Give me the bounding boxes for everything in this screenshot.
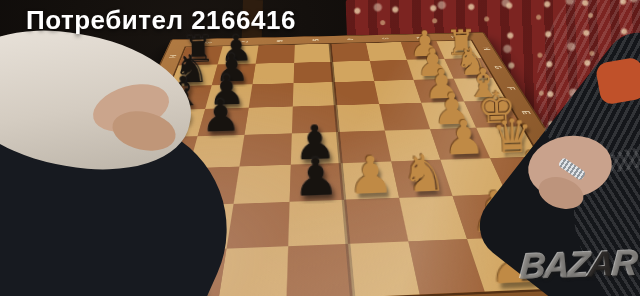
- watermark-part1: BAZ: [519, 244, 590, 287]
- bazar-watermark: BAZAR: [519, 242, 638, 288]
- square-b4[interactable]: [344, 198, 408, 244]
- square-g5[interactable]: [293, 62, 333, 83]
- square-f4[interactable]: [334, 81, 379, 105]
- square-e6[interactable]: [244, 107, 292, 135]
- square-f5[interactable]: [292, 82, 335, 106]
- square-g4[interactable]: [332, 61, 374, 82]
- square-f6[interactable]: [249, 83, 293, 108]
- square-e7[interactable]: ♟: [197, 108, 249, 137]
- square-b6[interactable]: [227, 202, 290, 249]
- white-pawn-c4[interactable]: ♟: [347, 150, 394, 200]
- square-c4[interactable]: ♟: [341, 161, 399, 199]
- square-a5[interactable]: [286, 244, 353, 296]
- black-pawn-c5[interactable]: ♟: [292, 152, 340, 203]
- watermark-part2: A: [587, 243, 614, 285]
- square-c3[interactable]: ♞: [391, 160, 453, 198]
- white-knight-c3[interactable]: ♞: [401, 149, 448, 199]
- coordinate-label-5: 5: [305, 32, 319, 48]
- white-pawn-d2[interactable]: ♟: [442, 115, 485, 161]
- watermark-part3: R: [611, 242, 638, 284]
- square-c6[interactable]: [234, 165, 291, 204]
- square-g6[interactable]: [252, 63, 293, 85]
- square-b5[interactable]: [288, 200, 348, 246]
- black-pawn-e7[interactable]: ♟: [200, 94, 241, 137]
- square-d6[interactable]: [239, 133, 291, 166]
- username-overlay: Потребител 2166416: [26, 5, 296, 36]
- square-c5[interactable]: ♟: [289, 163, 344, 202]
- listing-photo: 87654321 87654321 ABCDEFGH ABCDEFGH ♜♟♟♜…: [0, 0, 640, 296]
- orange-cushion: [595, 56, 640, 105]
- square-b3[interactable]: [399, 196, 468, 242]
- square-a6[interactable]: [218, 246, 288, 296]
- square-g3[interactable]: [369, 60, 413, 81]
- square-e4[interactable]: [336, 104, 385, 132]
